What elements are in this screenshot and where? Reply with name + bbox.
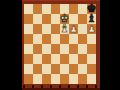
- square-f8[interactable]: [69, 4, 78, 14]
- square-b3[interactable]: [33, 54, 42, 64]
- square-d5[interactable]: [51, 34, 60, 44]
- square-b6[interactable]: [33, 24, 42, 34]
- square-d1[interactable]: [51, 74, 60, 84]
- square-f1[interactable]: [69, 74, 78, 84]
- square-h5[interactable]: [87, 34, 96, 44]
- square-e8[interactable]: [60, 4, 69, 14]
- white-pawn-h6[interactable]: ♟: [87, 24, 95, 34]
- square-f3[interactable]: [69, 54, 78, 64]
- frame-notch: [59, 85, 61, 88]
- frame-notch: [95, 85, 97, 88]
- chess-board: ♚♚♝♝♟♟: [24, 4, 96, 84]
- black-king-h8[interactable]: ♚: [87, 4, 97, 14]
- square-d2[interactable]: [51, 64, 60, 74]
- frame-notch: [23, 85, 25, 88]
- square-h2[interactable]: [87, 64, 96, 74]
- square-h6[interactable]: ♟: [87, 24, 96, 34]
- square-g7[interactable]: [78, 14, 87, 24]
- square-a1[interactable]: [24, 74, 33, 84]
- white-bishop-e6[interactable]: ♝: [60, 24, 70, 34]
- square-g5[interactable]: [78, 34, 87, 44]
- square-g1[interactable]: [78, 74, 87, 84]
- square-b4[interactable]: [33, 44, 42, 54]
- frame-notch: [68, 85, 70, 88]
- square-e6[interactable]: ♝: [60, 24, 69, 34]
- square-g3[interactable]: [78, 54, 87, 64]
- square-h3[interactable]: [87, 54, 96, 64]
- square-a6[interactable]: [24, 24, 33, 34]
- square-g8[interactable]: [78, 4, 87, 14]
- square-a8[interactable]: [24, 4, 33, 14]
- square-f7[interactable]: [69, 14, 78, 24]
- frame-notch: [41, 85, 43, 88]
- square-f2[interactable]: [69, 64, 78, 74]
- square-b8[interactable]: [33, 4, 42, 14]
- square-b5[interactable]: [33, 34, 42, 44]
- square-c2[interactable]: [42, 64, 51, 74]
- square-a7[interactable]: [24, 14, 33, 24]
- square-g2[interactable]: [78, 64, 87, 74]
- square-b2[interactable]: [33, 64, 42, 74]
- square-c5[interactable]: [42, 34, 51, 44]
- square-b1[interactable]: [33, 74, 42, 84]
- frame-notch: [32, 85, 34, 88]
- square-g6[interactable]: [78, 24, 87, 34]
- square-a4[interactable]: [24, 44, 33, 54]
- black-bishop-h7[interactable]: ♝: [87, 14, 97, 24]
- pillarbox-left: [0, 0, 22, 90]
- square-e7[interactable]: ♚: [60, 14, 69, 24]
- frame-notch: [77, 85, 79, 88]
- square-e3[interactable]: [60, 54, 69, 64]
- frame-notch: [50, 85, 52, 88]
- square-e5[interactable]: [60, 34, 69, 44]
- square-d4[interactable]: [51, 44, 60, 54]
- square-c6[interactable]: [42, 24, 51, 34]
- square-c8[interactable]: [42, 4, 51, 14]
- square-a3[interactable]: [24, 54, 33, 64]
- square-e1[interactable]: [60, 74, 69, 84]
- square-f5[interactable]: [69, 34, 78, 44]
- square-c7[interactable]: [42, 14, 51, 24]
- frame-notch: [86, 85, 88, 88]
- square-a5[interactable]: [24, 34, 33, 44]
- square-d8[interactable]: [51, 4, 60, 14]
- square-h4[interactable]: [87, 44, 96, 54]
- square-d6[interactable]: [51, 24, 60, 34]
- board-frame: ♚♚♝♝♟♟: [22, 0, 100, 90]
- square-f4[interactable]: [69, 44, 78, 54]
- square-b7[interactable]: [33, 14, 42, 24]
- square-e2[interactable]: [60, 64, 69, 74]
- square-e4[interactable]: [60, 44, 69, 54]
- white-pawn-f6[interactable]: ♟: [69, 24, 77, 34]
- square-f6[interactable]: ♟: [69, 24, 78, 34]
- square-h1[interactable]: [87, 74, 96, 84]
- square-c3[interactable]: [42, 54, 51, 64]
- square-g4[interactable]: [78, 44, 87, 54]
- square-c4[interactable]: [42, 44, 51, 54]
- pillarbox-right: [100, 0, 120, 90]
- square-h8[interactable]: ♚: [87, 4, 96, 14]
- square-d3[interactable]: [51, 54, 60, 64]
- white-king-e7[interactable]: ♚: [60, 14, 70, 24]
- square-d7[interactable]: [51, 14, 60, 24]
- square-a2[interactable]: [24, 64, 33, 74]
- square-h7[interactable]: ♝: [87, 14, 96, 24]
- square-c1[interactable]: [42, 74, 51, 84]
